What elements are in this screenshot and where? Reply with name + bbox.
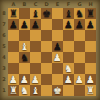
square-g4[interactable] xyxy=(74,52,85,63)
square-c6[interactable] xyxy=(30,30,41,41)
square-h3[interactable] xyxy=(85,63,96,74)
white-pawn[interactable]: ♟ xyxy=(9,74,18,85)
square-b3[interactable] xyxy=(19,63,30,74)
square-b4[interactable]: ♞ xyxy=(19,52,30,63)
square-d7[interactable] xyxy=(41,19,52,30)
square-d3[interactable] xyxy=(41,63,52,74)
square-d8[interactable]: ♚ xyxy=(41,8,52,19)
square-g1[interactable] xyxy=(74,85,85,96)
square-a6[interactable] xyxy=(8,30,19,41)
black-pawn[interactable]: ♟ xyxy=(31,19,40,30)
rank-label-1: 1 xyxy=(0,85,8,96)
square-d1[interactable] xyxy=(41,85,52,96)
square-e5[interactable]: ♟ xyxy=(52,41,63,52)
rank-label-2: 2 xyxy=(0,74,8,85)
white-bishop[interactable]: ♝ xyxy=(20,41,29,52)
white-pawn[interactable]: ♟ xyxy=(86,74,95,85)
white-pawn[interactable]: ♟ xyxy=(31,74,40,85)
rank-labels: 87654321 xyxy=(0,8,8,96)
chess-board: ♜♝♚♝♞♜♟♟♟♟♟♟♝♟♞♟♞♟♟♟♟♟♟♜♞♝♚♜ xyxy=(8,8,96,96)
square-e4[interactable]: ♟ xyxy=(52,52,63,63)
square-f4[interactable] xyxy=(63,52,74,63)
square-d6[interactable] xyxy=(41,30,52,41)
square-f3[interactable]: ♞ xyxy=(63,63,74,74)
square-c3[interactable] xyxy=(30,63,41,74)
square-a5[interactable] xyxy=(8,41,19,52)
black-knight[interactable]: ♞ xyxy=(20,52,29,63)
black-rook[interactable]: ♜ xyxy=(9,8,18,19)
square-e8[interactable] xyxy=(52,8,63,19)
square-e2[interactable] xyxy=(52,74,63,85)
square-c2[interactable]: ♟ xyxy=(30,74,41,85)
square-a7[interactable]: ♟ xyxy=(8,19,19,30)
square-e6[interactable] xyxy=(52,30,63,41)
square-c4[interactable] xyxy=(30,52,41,63)
square-a2[interactable]: ♟ xyxy=(8,74,19,85)
square-d5[interactable] xyxy=(41,41,52,52)
rank-label-8: 8 xyxy=(0,8,8,19)
black-pawn[interactable]: ♟ xyxy=(20,19,29,30)
rank-label-4: 4 xyxy=(0,52,8,63)
file-label-b: B xyxy=(19,0,30,8)
square-c5[interactable] xyxy=(30,41,41,52)
rank-label-3: 3 xyxy=(0,63,8,74)
square-f6[interactable] xyxy=(63,30,74,41)
file-label-e: E xyxy=(52,0,63,8)
square-d2[interactable] xyxy=(41,74,52,85)
black-knight[interactable]: ♞ xyxy=(75,8,84,19)
square-b8[interactable] xyxy=(19,8,30,19)
square-b7[interactable]: ♟ xyxy=(19,19,30,30)
square-a1[interactable]: ♜ xyxy=(8,85,19,96)
black-bishop[interactable]: ♝ xyxy=(64,8,73,19)
rank-label-5: 5 xyxy=(0,41,8,52)
square-c7[interactable]: ♟ xyxy=(30,19,41,30)
white-rook[interactable]: ♜ xyxy=(86,85,95,96)
square-c1[interactable]: ♝ xyxy=(30,85,41,96)
square-e1[interactable]: ♚ xyxy=(52,85,63,96)
black-pawn[interactable]: ♟ xyxy=(53,41,62,52)
white-bishop[interactable]: ♝ xyxy=(31,85,40,96)
white-pawn[interactable]: ♟ xyxy=(75,74,84,85)
white-pawn[interactable]: ♟ xyxy=(53,52,62,63)
square-d4[interactable] xyxy=(41,52,52,63)
square-a4[interactable] xyxy=(8,52,19,63)
rank-label-6: 6 xyxy=(0,30,8,41)
square-g6[interactable] xyxy=(74,30,85,41)
square-g2[interactable]: ♟ xyxy=(74,74,85,85)
black-pawn[interactable]: ♟ xyxy=(64,19,73,30)
black-pawn[interactable]: ♟ xyxy=(75,19,84,30)
square-f2[interactable]: ♟ xyxy=(63,74,74,85)
square-e7[interactable] xyxy=(52,19,63,30)
square-f5[interactable] xyxy=(63,41,74,52)
black-rook[interactable]: ♜ xyxy=(86,8,95,19)
square-g5[interactable] xyxy=(74,41,85,52)
white-king[interactable]: ♚ xyxy=(53,85,62,96)
black-bishop[interactable]: ♝ xyxy=(31,8,40,19)
black-pawn[interactable]: ♟ xyxy=(9,19,18,30)
square-f7[interactable]: ♟ xyxy=(63,19,74,30)
white-knight[interactable]: ♞ xyxy=(64,63,73,74)
rank-label-7: 7 xyxy=(0,19,8,30)
square-h5[interactable] xyxy=(85,41,96,52)
chess-board-frame: ABCDEFGH 87654321 ♜♝♚♝♞♜♟♟♟♟♟♟♝♟♞♟♞♟♟♟♟♟… xyxy=(0,0,100,100)
square-f1[interactable] xyxy=(63,85,74,96)
white-pawn[interactable]: ♟ xyxy=(64,74,73,85)
square-a3[interactable] xyxy=(8,63,19,74)
square-h8[interactable]: ♜ xyxy=(85,8,96,19)
square-g3[interactable] xyxy=(74,63,85,74)
square-h6[interactable] xyxy=(85,30,96,41)
square-e3[interactable] xyxy=(52,63,63,74)
square-b1[interactable]: ♞ xyxy=(19,85,30,96)
black-pawn[interactable]: ♟ xyxy=(86,19,95,30)
square-b5[interactable]: ♝ xyxy=(19,41,30,52)
square-f8[interactable]: ♝ xyxy=(63,8,74,19)
white-knight[interactable]: ♞ xyxy=(20,85,29,96)
square-b2[interactable]: ♟ xyxy=(19,74,30,85)
square-g7[interactable]: ♟ xyxy=(74,19,85,30)
white-pawn[interactable]: ♟ xyxy=(20,74,29,85)
square-h4[interactable] xyxy=(85,52,96,63)
square-h7[interactable]: ♟ xyxy=(85,19,96,30)
square-a8[interactable]: ♜ xyxy=(8,8,19,19)
square-h1[interactable]: ♜ xyxy=(85,85,96,96)
square-c8[interactable]: ♝ xyxy=(30,8,41,19)
white-rook[interactable]: ♜ xyxy=(9,85,18,96)
black-king[interactable]: ♚ xyxy=(42,8,51,19)
square-h2[interactable]: ♟ xyxy=(85,74,96,85)
square-g8[interactable]: ♞ xyxy=(74,8,85,19)
square-b6[interactable] xyxy=(19,30,30,41)
